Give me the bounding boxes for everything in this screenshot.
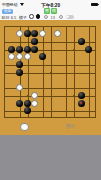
stone-black[interactable]	[78, 38, 85, 45]
status-time: 下午8:20	[0, 2, 101, 8]
stone-black[interactable]	[85, 46, 92, 53]
go-board[interactable]: 围棋	[0, 20, 101, 135]
toggle-switch[interactable]	[66, 15, 75, 19]
komi-label: 贴目 6.5	[2, 15, 17, 20]
app-screen: 中国移动 下午8:20 返回 围 棋 贴目 6.5 棋子 13 围棋	[0, 0, 101, 180]
white-stone-select-icon[interactable]	[29, 14, 34, 19]
board-size-value: 13	[51, 15, 55, 20]
stone-black[interactable]	[24, 100, 31, 107]
last-move-marker	[80, 102, 83, 105]
stone-black[interactable]	[24, 46, 31, 53]
stone-color-label: 棋子	[19, 15, 27, 20]
decrease-size-icon[interactable]	[44, 15, 48, 19]
stone-black[interactable]	[78, 100, 85, 107]
black-stone-select-icon[interactable]	[36, 14, 41, 19]
komi-value: 6.5	[11, 15, 17, 20]
stone-black[interactable]	[24, 107, 31, 114]
stone-black[interactable]	[16, 46, 23, 53]
stone-black[interactable]	[78, 92, 85, 99]
battery-icon	[91, 3, 98, 6]
stone-black[interactable]	[16, 69, 23, 76]
stone-black[interactable]	[16, 100, 23, 107]
tray-white-stone	[20, 123, 29, 132]
increase-size-icon[interactable]	[59, 15, 63, 19]
switch-knob	[66, 15, 70, 19]
watermark-label: 围棋	[66, 124, 75, 129]
header: 中国移动 下午8:20 返回 围 棋 贴目 6.5 棋子 13	[0, 0, 101, 21]
